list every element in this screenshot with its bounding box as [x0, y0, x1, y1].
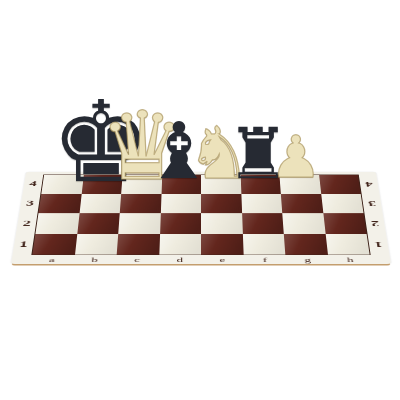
- chess-product-photo: 4321 4321 abcdefgh ♚♛♝♞♜♟: [0, 0, 400, 400]
- white-pawn-piece: ♟: [270, 128, 322, 186]
- staged-pieces-row: ♚♛♝♞♜♟: [0, 0, 400, 400]
